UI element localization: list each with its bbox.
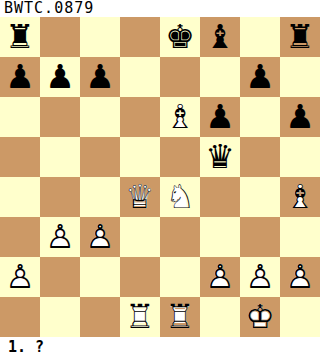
- square-b4[interactable]: [40, 177, 80, 217]
- square-h7[interactable]: [280, 57, 320, 97]
- square-d7[interactable]: [120, 57, 160, 97]
- chess-board: ♜♚♝♜♟♟♟♟♝♗♟♟♛♛♕♞♘♝♗♟♙♟♙♟♙♟♙♟♙♟♙♜♖♜♖♚♔: [0, 17, 320, 337]
- square-e7[interactable]: [160, 57, 200, 97]
- piece-black-pawn: ♟: [40, 57, 80, 97]
- square-e4[interactable]: ♞♘: [160, 177, 200, 217]
- piece-white-queen: ♛♕: [120, 177, 160, 217]
- square-g6[interactable]: [240, 97, 280, 137]
- square-b7[interactable]: ♟: [40, 57, 80, 97]
- square-a7[interactable]: ♟: [0, 57, 40, 97]
- square-b5[interactable]: [40, 137, 80, 177]
- piece-black-pawn: ♟: [200, 97, 240, 137]
- square-f3[interactable]: [200, 217, 240, 257]
- piece-white-pawn: ♟♙: [280, 257, 320, 297]
- square-d8[interactable]: [120, 17, 160, 57]
- square-h3[interactable]: [280, 217, 320, 257]
- square-d6[interactable]: [120, 97, 160, 137]
- piece-black-rook: ♜: [0, 17, 40, 57]
- move-prompt: 1. ?: [0, 337, 320, 360]
- square-c6[interactable]: [80, 97, 120, 137]
- square-e8[interactable]: ♚: [160, 17, 200, 57]
- square-f2[interactable]: ♟♙: [200, 257, 240, 297]
- square-g2[interactable]: ♟♙: [240, 257, 280, 297]
- square-a4[interactable]: [0, 177, 40, 217]
- square-g3[interactable]: [240, 217, 280, 257]
- square-f6[interactable]: ♟: [200, 97, 240, 137]
- piece-black-pawn: ♟: [80, 57, 120, 97]
- square-e5[interactable]: [160, 137, 200, 177]
- piece-black-pawn: ♟: [240, 57, 280, 97]
- piece-white-bishop: ♝♗: [160, 97, 200, 137]
- square-f1[interactable]: [200, 297, 240, 337]
- square-h2[interactable]: ♟♙: [280, 257, 320, 297]
- square-f4[interactable]: [200, 177, 240, 217]
- square-b1[interactable]: [40, 297, 80, 337]
- piece-white-rook: ♜♖: [120, 297, 160, 337]
- piece-black-king: ♚: [160, 17, 200, 57]
- chess-puzzle-app: BWTC.0879 ♜♚♝♜♟♟♟♟♝♗♟♟♛♛♕♞♘♝♗♟♙♟♙♟♙♟♙♟♙♟…: [0, 0, 320, 360]
- square-f8[interactable]: ♝: [200, 17, 240, 57]
- square-a5[interactable]: [0, 137, 40, 177]
- piece-white-rook: ♜♖: [160, 297, 200, 337]
- square-g8[interactable]: [240, 17, 280, 57]
- piece-black-bishop: ♝: [200, 17, 240, 57]
- square-a3[interactable]: [0, 217, 40, 257]
- square-d1[interactable]: ♜♖: [120, 297, 160, 337]
- square-h8[interactable]: ♜: [280, 17, 320, 57]
- piece-black-queen: ♛: [200, 137, 240, 177]
- piece-white-pawn: ♟♙: [240, 257, 280, 297]
- piece-black-rook: ♜: [280, 17, 320, 57]
- square-b3[interactable]: ♟♙: [40, 217, 80, 257]
- square-h5[interactable]: [280, 137, 320, 177]
- square-c2[interactable]: [80, 257, 120, 297]
- square-a8[interactable]: ♜: [0, 17, 40, 57]
- square-e2[interactable]: [160, 257, 200, 297]
- square-e6[interactable]: ♝♗: [160, 97, 200, 137]
- square-d5[interactable]: [120, 137, 160, 177]
- square-f7[interactable]: [200, 57, 240, 97]
- square-g4[interactable]: [240, 177, 280, 217]
- square-e1[interactable]: ♜♖: [160, 297, 200, 337]
- square-c5[interactable]: [80, 137, 120, 177]
- square-f5[interactable]: ♛: [200, 137, 240, 177]
- square-b6[interactable]: [40, 97, 80, 137]
- square-h4[interactable]: ♝♗: [280, 177, 320, 217]
- square-h1[interactable]: [280, 297, 320, 337]
- square-g5[interactable]: [240, 137, 280, 177]
- piece-black-pawn: ♟: [0, 57, 40, 97]
- piece-white-bishop: ♝♗: [280, 177, 320, 217]
- square-c1[interactable]: [80, 297, 120, 337]
- square-b2[interactable]: [40, 257, 80, 297]
- square-a2[interactable]: ♟♙: [0, 257, 40, 297]
- square-b8[interactable]: [40, 17, 80, 57]
- square-d2[interactable]: [120, 257, 160, 297]
- piece-white-king: ♚♔: [240, 297, 280, 337]
- piece-black-pawn: ♟: [280, 97, 320, 137]
- square-c4[interactable]: [80, 177, 120, 217]
- square-a1[interactable]: [0, 297, 40, 337]
- piece-white-pawn: ♟♙: [80, 217, 120, 257]
- square-h6[interactable]: ♟: [280, 97, 320, 137]
- square-c3[interactable]: ♟♙: [80, 217, 120, 257]
- piece-white-knight: ♞♘: [160, 177, 200, 217]
- piece-white-pawn: ♟♙: [40, 217, 80, 257]
- square-a6[interactable]: [0, 97, 40, 137]
- square-d3[interactable]: [120, 217, 160, 257]
- position-id: BWTC.0879: [0, 0, 320, 17]
- square-d4[interactable]: ♛♕: [120, 177, 160, 217]
- piece-white-pawn: ♟♙: [200, 257, 240, 297]
- square-e3[interactable]: [160, 217, 200, 257]
- square-g1[interactable]: ♚♔: [240, 297, 280, 337]
- square-c8[interactable]: [80, 17, 120, 57]
- square-g7[interactable]: ♟: [240, 57, 280, 97]
- square-c7[interactable]: ♟: [80, 57, 120, 97]
- piece-white-pawn: ♟♙: [0, 257, 40, 297]
